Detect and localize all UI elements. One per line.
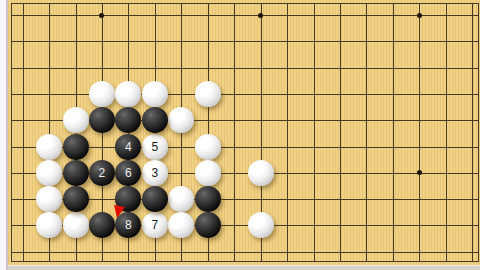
stone-black[interactable] <box>89 107 115 133</box>
stone-black[interactable] <box>195 186 221 212</box>
stone-white[interactable] <box>63 212 89 238</box>
app-window: 5374268 <box>0 0 480 270</box>
stone-black[interactable] <box>63 186 89 212</box>
stone-black[interactable] <box>195 212 221 238</box>
grid-line-horizontal <box>11 252 479 253</box>
stone-black[interactable]: 6 <box>115 160 141 186</box>
stone-white[interactable] <box>142 81 168 107</box>
stone-black[interactable]: 4 <box>115 134 141 160</box>
stone-white[interactable] <box>36 186 62 212</box>
red-triangle-marker <box>114 205 126 219</box>
stone-white[interactable] <box>195 81 221 107</box>
move-number-label: 7 <box>152 219 159 231</box>
go-board[interactable]: 5374268 <box>8 0 480 265</box>
stone-white[interactable] <box>36 160 62 186</box>
star-point <box>258 13 263 18</box>
move-number-label: 4 <box>125 141 132 153</box>
stone-black[interactable] <box>63 134 89 160</box>
grid-line-horizontal <box>11 94 479 95</box>
stone-white[interactable] <box>195 134 221 160</box>
star-point <box>417 13 422 18</box>
grid-line-horizontal <box>11 15 479 16</box>
move-number-label: 8 <box>125 219 132 231</box>
stone-black[interactable] <box>63 160 89 186</box>
stone-black[interactable] <box>142 107 168 133</box>
left-panel-strip <box>0 0 8 270</box>
stone-white[interactable] <box>248 160 274 186</box>
move-number-label: 3 <box>152 167 159 179</box>
stone-white[interactable] <box>195 160 221 186</box>
grid-line-horizontal <box>11 68 479 69</box>
stone-white[interactable] <box>89 81 115 107</box>
stone-white[interactable]: 3 <box>142 160 168 186</box>
grid-line-horizontal <box>11 41 479 42</box>
stone-black[interactable] <box>142 186 168 212</box>
stone-white[interactable] <box>248 212 274 238</box>
move-number-label: 2 <box>99 167 106 179</box>
move-number-label: 5 <box>152 141 159 153</box>
stone-white[interactable] <box>63 107 89 133</box>
stone-white[interactable] <box>36 134 62 160</box>
status-strip <box>0 265 480 270</box>
move-number-label: 6 <box>125 167 132 179</box>
stone-black[interactable]: 2 <box>89 160 115 186</box>
stone-white[interactable]: 5 <box>142 134 168 160</box>
